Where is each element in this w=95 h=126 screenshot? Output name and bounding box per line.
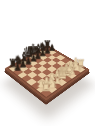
board-squares-grid: ♜♞♝♛♚♝♞♜♟♟♟♟♟♟♟♟♟♟♟♟♟♟♟♟♜♞♝♛♚♝♞♜ — [9, 47, 85, 97]
board-scene: ♜♞♝♛♚♝♞♜♟♟♟♟♟♟♟♟♟♟♟♟♟♟♟♟♜♞♝♛♚♝♞♜ — [17, 39, 77, 99]
white-rook: ♜ — [36, 81, 56, 93]
chess-set-photo: ♜♞♝♛♚♝♞♜♟♟♟♟♟♟♟♟♟♟♟♟♟♟♟♟♜♞♝♛♚♝♞♜ — [0, 0, 95, 126]
square-a1: ♜ — [41, 89, 52, 97]
chess-board: ♜♞♝♛♚♝♞♜♟♟♟♟♟♟♟♟♟♟♟♟♟♟♟♟♜♞♝♛♚♝♞♜ — [5, 45, 90, 101]
black-pawn: ♟ — [9, 63, 27, 72]
